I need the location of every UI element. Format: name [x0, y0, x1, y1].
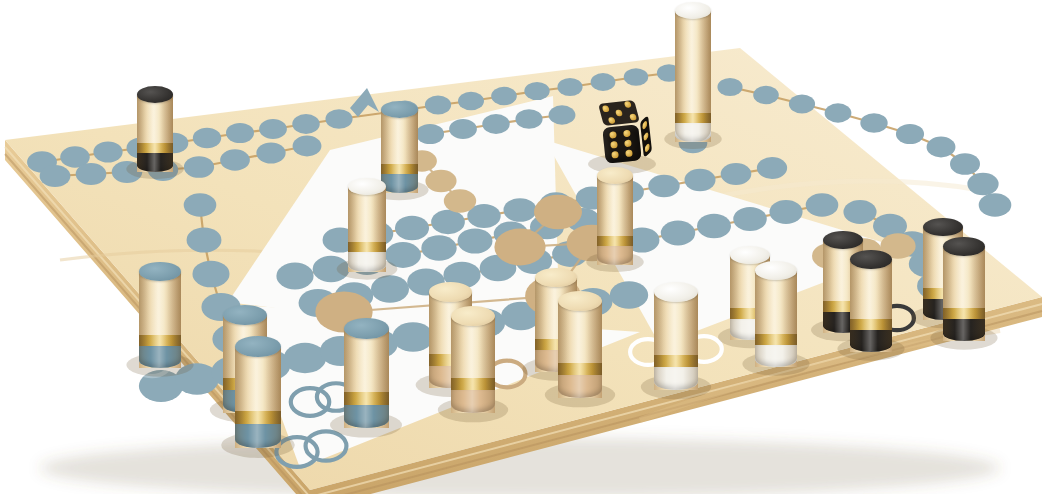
- peg-cap-black: [137, 86, 173, 103]
- peg-white-4[interactable]: [755, 261, 797, 367]
- die-face-top: [598, 100, 640, 126]
- die-pip: [625, 150, 633, 158]
- peg-white-1[interactable]: [675, 2, 711, 142]
- peg-base: [943, 319, 985, 341]
- die-pip: [611, 151, 619, 159]
- die-pip: [645, 143, 650, 154]
- peg-shaft: [558, 301, 602, 398]
- peg-base: [850, 330, 892, 352]
- die-pip: [615, 109, 623, 116]
- gold-ring: [344, 392, 389, 406]
- peg-black-4[interactable]: [943, 237, 985, 341]
- peg-black-5[interactable]: [850, 250, 892, 352]
- peg-shaft: [675, 10, 711, 142]
- peg-shaft: [348, 187, 386, 272]
- peg-cap-blue: [344, 318, 389, 339]
- peg-shaft: [235, 347, 281, 448]
- gold-ring: [235, 411, 281, 425]
- ludo-board: [0, 0, 1050, 494]
- peg-blue-2[interactable]: [139, 262, 181, 368]
- peg-base: [137, 153, 173, 172]
- peg-shaft: [597, 175, 633, 265]
- die-pip: [602, 105, 610, 112]
- scene: [0, 0, 1050, 494]
- die-pip: [609, 131, 617, 139]
- peg-cap-white: [675, 2, 711, 19]
- peg-blue-4[interactable]: [344, 318, 389, 428]
- die-pip: [607, 117, 615, 124]
- peg-cap-blue: [381, 101, 418, 118]
- peg-shaft: [137, 94, 173, 172]
- peg-base: [755, 345, 797, 367]
- peg-shaft: [344, 328, 389, 428]
- peg-white-5[interactable]: [654, 282, 698, 390]
- peg-shaft: [654, 292, 698, 390]
- peg-base: [558, 375, 602, 398]
- peg-base: [139, 346, 181, 368]
- die-pip: [610, 141, 618, 149]
- peg-shaft: [381, 110, 418, 193]
- peg-shaft: [139, 272, 181, 368]
- peg-base: [675, 123, 711, 142]
- peg-black-1[interactable]: [137, 86, 173, 172]
- peg-blue-1[interactable]: [381, 101, 418, 193]
- peg-white-2[interactable]: [348, 178, 386, 272]
- die-showing-six[interactable]: [592, 100, 648, 164]
- peg-shaft: [850, 260, 892, 352]
- peg-cap-natural: [597, 167, 633, 184]
- peg-natural-5[interactable]: [451, 306, 495, 413]
- peg-shaft: [943, 247, 985, 341]
- peg-base: [654, 367, 698, 390]
- die-pip: [624, 101, 632, 108]
- peg-base: [597, 246, 633, 265]
- die-pip: [624, 140, 632, 148]
- peg-base: [381, 174, 418, 193]
- die-pip: [643, 131, 648, 142]
- peg-shaft: [451, 316, 495, 413]
- peg-cap-blue: [235, 336, 281, 357]
- peg-base: [344, 405, 389, 428]
- die-face-front: [602, 124, 642, 164]
- peg-blue-5[interactable]: [235, 336, 281, 448]
- peg-natural-4[interactable]: [558, 291, 602, 398]
- die-pip: [642, 120, 647, 131]
- peg-shaft: [755, 271, 797, 367]
- peg-natural-1[interactable]: [597, 167, 633, 265]
- die-pip: [629, 113, 637, 120]
- peg-base: [348, 252, 386, 272]
- peg-base: [235, 424, 281, 448]
- peg-base: [451, 390, 495, 413]
- die-pip: [623, 130, 631, 138]
- peg-cap-natural: [429, 282, 472, 302]
